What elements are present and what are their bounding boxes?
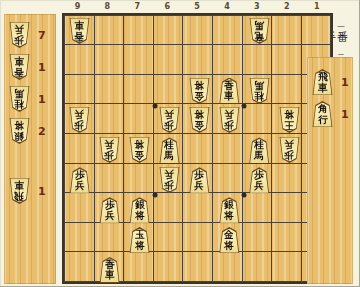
piece-gote-3-3[interactable]: 桂馬 (248, 78, 271, 104)
piece-glyph: 歩 (165, 120, 175, 131)
piece-sente-8-9[interactable]: 香車 (98, 257, 121, 283)
gote-hand-歩兵[interactable]: 歩兵7 (8, 20, 56, 50)
square-9-6[interactable]: 歩兵 (65, 166, 95, 196)
piece-glyph: 馬 (254, 151, 264, 162)
piece-glyph: 馬 (254, 80, 264, 91)
square-5-1[interactable] (185, 16, 215, 46)
piece-gote-hand-2[interactable]: 香車 (8, 54, 31, 80)
shogi-board: 香車竜馬金将香車桂馬歩兵歩兵金将歩兵王将歩兵金将桂馬桂馬歩兵歩兵歩兵歩兵歩兵歩兵… (62, 13, 333, 284)
square-1-1[interactable] (304, 16, 334, 46)
piece-gote-hand-1[interactable]: 歩兵 (8, 22, 31, 48)
square-4-1[interactable] (215, 16, 245, 46)
square-2-9[interactable] (274, 255, 304, 285)
piece-gote-2-5[interactable]: 歩兵 (278, 137, 301, 163)
square-4-4[interactable]: 歩兵 (215, 106, 245, 136)
gote-hand-銀将[interactable]: 銀将2 (8, 116, 56, 146)
piece-gote-hand-3[interactable]: 桂馬 (8, 86, 31, 112)
square-5-7[interactable] (185, 195, 215, 225)
square-9-7[interactable] (65, 195, 95, 225)
file-labels: 987654321 (62, 2, 333, 12)
piece-glyph: 金 (195, 120, 205, 131)
gote-hand-桂馬[interactable]: 桂馬1 (8, 84, 56, 114)
piece-glyph: 将 (195, 109, 205, 120)
square-3-2[interactable] (244, 46, 274, 76)
sente-hand-count: 1 (341, 108, 349, 121)
file-label-6: 6 (152, 2, 182, 11)
piece-glyph: 車 (15, 180, 25, 191)
gote-hand-count: 2 (38, 125, 46, 138)
piece-glyph: 兵 (195, 181, 205, 192)
file-label-9: 9 (63, 2, 93, 11)
square-3-3[interactable]: 桂馬 (244, 76, 274, 106)
piece-glyph: 馬 (15, 88, 25, 99)
sente-hand-飛車[interactable]: 飛車1 (311, 67, 353, 97)
piece-sente-4-7[interactable]: 銀将 (218, 197, 241, 223)
piece-glyph: 兵 (75, 109, 85, 120)
piece-glyph: 兵 (284, 139, 294, 150)
gote-hand-飛車[interactable]: 飛車1 (8, 176, 56, 206)
square-4-9[interactable] (215, 255, 245, 285)
piece-glyph: 行 (318, 115, 328, 126)
file-label-7: 7 (122, 2, 152, 11)
piece-glyph: 兵 (105, 211, 115, 222)
piece-glyph: 将 (225, 241, 235, 252)
piece-glyph: 将 (284, 109, 294, 120)
square-2-1[interactable] (274, 16, 304, 46)
piece-glyph: 将 (135, 139, 145, 150)
piece-glyph: 馬 (165, 151, 175, 162)
piece-glyph: 車 (75, 20, 85, 31)
square-8-9[interactable]: 香車 (95, 255, 125, 285)
piece-glyph: 車 (318, 83, 328, 94)
gote-captured-tray: 歩兵7香車1桂馬1銀将2飛車1 (4, 14, 56, 284)
piece-glyph: 歩 (15, 35, 25, 46)
square-3-6[interactable]: 歩兵 (244, 166, 274, 196)
piece-gote-5-4[interactable]: 金将 (188, 107, 211, 133)
star-point (152, 103, 157, 108)
piece-glyph: 車 (225, 91, 235, 102)
square-6-2[interactable] (155, 46, 185, 76)
piece-glyph: 将 (225, 211, 235, 222)
square-6-3[interactable] (155, 76, 185, 106)
square-3-5[interactable]: 桂馬 (244, 136, 274, 166)
piece-sente-4-8[interactable]: 金将 (218, 227, 241, 253)
sente-hand-角行[interactable]: 角行1 (311, 99, 353, 129)
file-label-8: 8 (92, 2, 122, 11)
square-4-7[interactable]: 銀将 (215, 195, 245, 225)
gote-hand-count: 7 (38, 29, 46, 42)
piece-glyph: 将 (135, 211, 145, 222)
square-9-8[interactable] (65, 225, 95, 255)
piece-glyph: 歩 (225, 120, 235, 131)
square-4-8[interactable]: 金将 (215, 225, 245, 255)
piece-glyph: 歩 (75, 120, 85, 131)
square-7-4[interactable] (125, 106, 155, 136)
piece-glyph: 金 (135, 150, 145, 161)
piece-gote-hand-4[interactable]: 銀将 (8, 118, 31, 144)
square-2-4[interactable]: 王将 (274, 106, 304, 136)
square-2-2[interactable] (274, 46, 304, 76)
sente-hand-count: 1 (341, 76, 349, 89)
piece-glyph: 兵 (225, 109, 235, 120)
piece-glyph: 歩 (284, 150, 294, 161)
square-9-3[interactable] (65, 76, 95, 106)
square-6-4[interactable]: 歩兵 (155, 106, 185, 136)
piece-gote-2-4[interactable]: 王将 (278, 107, 301, 133)
square-5-5[interactable] (185, 136, 215, 166)
piece-glyph: 兵 (165, 169, 175, 180)
square-7-1[interactable] (125, 16, 155, 46)
square-7-7[interactable]: 銀将 (125, 195, 155, 225)
shogi-app: 先手番 987654321 一二三四五六七八九 香車竜馬金将香車桂馬歩兵歩兵金将… (0, 0, 360, 287)
piece-glyph: 桂 (15, 99, 25, 110)
piece-glyph: 竜 (254, 30, 264, 41)
piece-sente-hand-2[interactable]: 角行 (311, 101, 334, 127)
piece-glyph: 飛 (15, 191, 25, 202)
piece-glyph: 将 (15, 120, 25, 131)
square-7-5[interactable]: 金将 (125, 136, 155, 166)
piece-gote-6-6[interactable]: 歩兵 (158, 167, 181, 193)
piece-gote-6-4[interactable]: 歩兵 (158, 107, 181, 133)
square-9-4[interactable]: 歩兵 (65, 106, 95, 136)
square-8-7[interactable]: 歩兵 (95, 195, 125, 225)
square-8-5[interactable]: 歩兵 (95, 136, 125, 166)
file-label-3: 3 (242, 2, 272, 11)
file-label-2: 2 (272, 2, 302, 11)
square-8-1[interactable] (95, 16, 125, 46)
square-3-8[interactable] (244, 225, 274, 255)
gote-hand-count: 1 (38, 93, 46, 106)
square-6-5[interactable]: 桂馬 (155, 136, 185, 166)
piece-gote-3-1[interactable]: 竜馬 (248, 18, 271, 44)
square-6-6[interactable]: 歩兵 (155, 166, 185, 196)
piece-sente-8-7[interactable]: 歩兵 (98, 197, 121, 223)
file-label-5: 5 (182, 2, 212, 11)
square-6-9[interactable] (155, 255, 185, 285)
piece-glyph: 兵 (254, 181, 264, 192)
star-point (152, 193, 157, 198)
square-9-1[interactable]: 香車 (65, 16, 95, 46)
piece-glyph: 馬 (254, 20, 264, 31)
square-5-3[interactable]: 金将 (185, 76, 215, 106)
square-5-2[interactable] (185, 46, 215, 76)
square-2-6[interactable] (274, 166, 304, 196)
piece-sente-6-5[interactable]: 桂馬 (158, 137, 181, 163)
square-8-2[interactable] (95, 46, 125, 76)
piece-gote-5-3[interactable]: 金将 (188, 78, 211, 104)
square-3-1[interactable]: 竜馬 (244, 16, 274, 46)
square-8-3[interactable] (95, 76, 125, 106)
square-4-2[interactable] (215, 46, 245, 76)
gote-hand-count: 1 (38, 61, 46, 74)
square-4-6[interactable] (215, 166, 245, 196)
star-point (242, 103, 247, 108)
rank-label-1: 一 (335, 13, 347, 43)
piece-glyph: 将 (195, 80, 205, 91)
piece-glyph: 歩 (105, 150, 115, 161)
piece-sente-3-5[interactable]: 桂馬 (248, 137, 271, 163)
square-2-8[interactable] (274, 225, 304, 255)
square-3-9[interactable] (244, 255, 274, 285)
square-6-1[interactable] (155, 16, 185, 46)
square-8-6[interactable] (95, 166, 125, 196)
piece-sente-7-8[interactable]: 玉将 (128, 227, 151, 253)
piece-glyph: 香 (75, 30, 85, 41)
piece-gote-4-4[interactable]: 歩兵 (218, 107, 241, 133)
square-3-7[interactable] (244, 195, 274, 225)
piece-glyph: 兵 (15, 24, 25, 35)
piece-sente-3-6[interactable]: 歩兵 (248, 167, 271, 193)
square-6-8[interactable] (155, 225, 185, 255)
square-9-9[interactable] (65, 255, 95, 285)
square-7-6[interactable] (125, 166, 155, 196)
square-3-4[interactable] (244, 106, 274, 136)
piece-gote-9-1[interactable]: 香車 (68, 18, 91, 44)
square-2-3[interactable] (274, 76, 304, 106)
piece-glyph: 兵 (75, 181, 85, 192)
file-label-4: 4 (212, 2, 242, 11)
piece-glyph: 銀 (15, 131, 25, 142)
piece-gote-9-4[interactable]: 歩兵 (68, 107, 91, 133)
square-5-8[interactable] (185, 225, 215, 255)
piece-sente-hand-1[interactable]: 飛車 (311, 69, 334, 95)
square-7-8[interactable]: 玉将 (125, 225, 155, 255)
piece-glyph: 兵 (165, 109, 175, 120)
square-6-7[interactable] (155, 195, 185, 225)
square-9-5[interactable] (65, 136, 95, 166)
gote-hand-count: 1 (38, 185, 46, 198)
square-2-7[interactable] (274, 195, 304, 225)
square-5-9[interactable] (185, 255, 215, 285)
piece-glyph: 車 (15, 56, 25, 67)
piece-glyph: 金 (195, 90, 205, 101)
piece-sente-4-3[interactable]: 香車 (218, 78, 241, 104)
file-label-1: 1 (302, 2, 332, 11)
piece-glyph: 王 (284, 120, 294, 131)
square-4-3[interactable]: 香車 (215, 76, 245, 106)
square-2-5[interactable]: 歩兵 (274, 136, 304, 166)
piece-glyph: 将 (135, 241, 145, 252)
square-7-9[interactable] (125, 255, 155, 285)
square-5-6[interactable]: 歩兵 (185, 166, 215, 196)
piece-glyph: 香 (15, 67, 25, 78)
piece-glyph: 歩 (165, 180, 175, 191)
gote-hand-香車[interactable]: 香車1 (8, 52, 56, 82)
piece-glyph: 車 (105, 270, 115, 281)
piece-glyph: 兵 (105, 139, 115, 150)
square-9-2[interactable] (65, 46, 95, 76)
piece-gote-hand-5[interactable]: 飛車 (8, 178, 31, 204)
piece-sente-9-6[interactable]: 歩兵 (68, 167, 91, 193)
sente-captured-tray: 飛車1角行1 (307, 57, 353, 284)
square-7-3[interactable] (125, 76, 155, 106)
piece-gote-8-5[interactable]: 歩兵 (98, 137, 121, 163)
square-5-4[interactable]: 金将 (185, 106, 215, 136)
square-4-5[interactable] (215, 136, 245, 166)
square-8-4[interactable] (95, 106, 125, 136)
piece-gote-7-5[interactable]: 金将 (128, 137, 151, 163)
piece-sente-7-7[interactable]: 銀将 (128, 197, 151, 223)
star-point (242, 193, 247, 198)
square-8-8[interactable] (95, 225, 125, 255)
square-7-2[interactable] (125, 46, 155, 76)
piece-sente-5-6[interactable]: 歩兵 (188, 167, 211, 193)
piece-glyph: 桂 (254, 90, 264, 101)
